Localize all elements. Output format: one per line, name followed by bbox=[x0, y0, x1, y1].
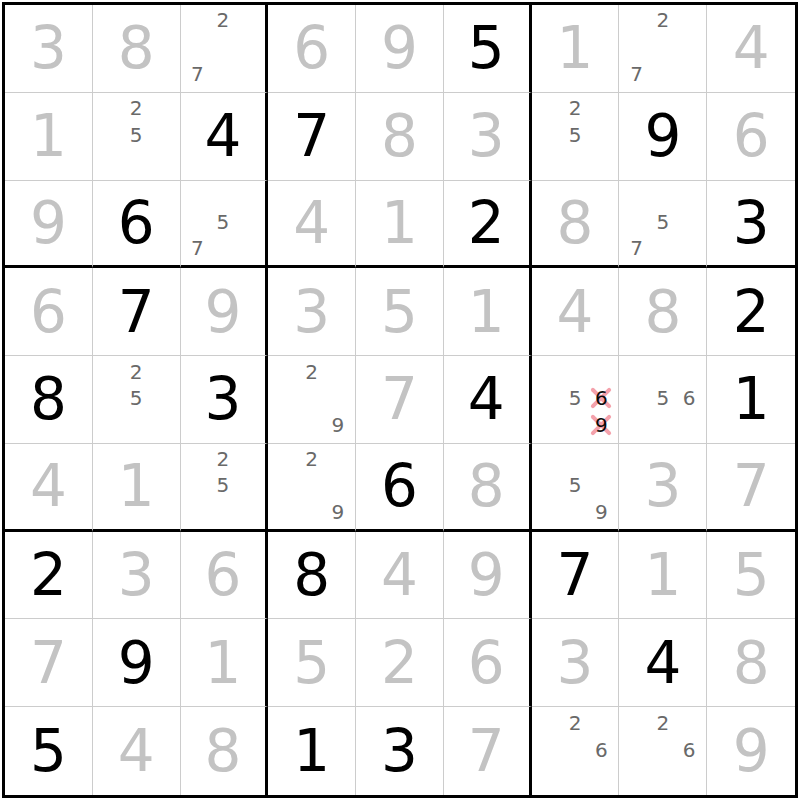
given-digit: 2 bbox=[733, 283, 770, 341]
given-digit: 5 bbox=[468, 19, 505, 77]
cell-r5c4[interactable]: 29 bbox=[268, 356, 356, 444]
cell-r4c3[interactable]: 9 bbox=[181, 268, 269, 356]
sudoku-board: 3827695127412547832596965741285736793514… bbox=[2, 2, 798, 798]
cell-r8c4[interactable]: 5 bbox=[268, 619, 356, 707]
given-digit: 3 bbox=[204, 370, 241, 428]
candidate-digit: 7 bbox=[623, 235, 649, 261]
pencil-mark-grid: 59 bbox=[536, 446, 615, 525]
cell-r4c2[interactable]: 7 bbox=[93, 268, 181, 356]
cell-r4c5[interactable]: 5 bbox=[356, 268, 444, 356]
cell-r9c4[interactable]: 1 bbox=[268, 707, 356, 795]
given-digit: 8 bbox=[293, 546, 330, 604]
candidate-digit: 5 bbox=[650, 209, 676, 235]
cell-r8c6[interactable]: 6 bbox=[444, 619, 532, 707]
cell-r2c5[interactable]: 8 bbox=[356, 93, 444, 181]
candidate-digit: 2 bbox=[123, 358, 149, 385]
solved-digit: 8 bbox=[644, 283, 681, 341]
pencil-mark-grid: 27 bbox=[623, 7, 702, 88]
cell-r9c3[interactable]: 8 bbox=[181, 707, 269, 795]
cell-r3c6[interactable]: 2 bbox=[444, 181, 532, 269]
cell-r1c7[interactable]: 1 bbox=[532, 5, 620, 93]
cell-r5c5[interactable]: 7 bbox=[356, 356, 444, 444]
given-digit: 9 bbox=[118, 634, 155, 692]
cell-r8c5[interactable]: 2 bbox=[356, 619, 444, 707]
solved-digit: 7 bbox=[381, 370, 418, 428]
cell-r3c3[interactable]: 57 bbox=[181, 181, 269, 269]
solved-digit: 9 bbox=[733, 722, 770, 780]
candidate-digit: 2 bbox=[210, 446, 236, 472]
solved-digit: 6 bbox=[204, 546, 241, 604]
solved-digit: 4 bbox=[30, 457, 67, 515]
cell-r1c8[interactable]: 27 bbox=[619, 5, 707, 93]
solved-digit: 3 bbox=[557, 634, 594, 692]
candidate-digit: 2 bbox=[210, 7, 236, 34]
solved-digit: 9 bbox=[30, 194, 67, 252]
solved-digit: 1 bbox=[204, 634, 241, 692]
solved-digit: 1 bbox=[30, 107, 67, 165]
solved-digit: 3 bbox=[30, 19, 67, 77]
pencil-mark-grid: 25 bbox=[536, 95, 615, 176]
solved-digit: 7 bbox=[733, 457, 770, 515]
given-digit: 4 bbox=[468, 370, 505, 428]
given-digit: 4 bbox=[644, 634, 681, 692]
cell-r2c3[interactable]: 4 bbox=[181, 93, 269, 181]
solved-digit: 8 bbox=[733, 634, 770, 692]
solved-digit: 4 bbox=[733, 19, 770, 77]
cell-r7c1[interactable]: 2 bbox=[5, 532, 93, 620]
cell-r3c4[interactable]: 4 bbox=[268, 181, 356, 269]
cell-r7c2[interactable]: 3 bbox=[93, 532, 181, 620]
cell-r1c6[interactable]: 5 bbox=[444, 5, 532, 93]
solved-digit: 1 bbox=[557, 19, 594, 77]
given-digit: 7 bbox=[118, 283, 155, 341]
solved-digit: 5 bbox=[381, 283, 418, 341]
solved-digit: 3 bbox=[293, 283, 330, 341]
candidate-digit: 2 bbox=[299, 446, 325, 472]
cell-r6c1[interactable]: 4 bbox=[5, 444, 93, 532]
candidate-digit: 9 bbox=[588, 498, 614, 524]
cell-r6c8[interactable]: 3 bbox=[619, 444, 707, 532]
given-digit: 7 bbox=[557, 546, 594, 604]
cell-r9c9[interactable]: 9 bbox=[707, 707, 795, 795]
pencil-mark-grid: 25 bbox=[97, 95, 176, 176]
cell-r5c1[interactable]: 8 bbox=[5, 356, 93, 444]
given-digit: 6 bbox=[118, 194, 155, 252]
solved-digit: 2 bbox=[381, 634, 418, 692]
cell-r7c4[interactable]: 8 bbox=[268, 532, 356, 620]
cell-r7c7[interactable]: 7 bbox=[532, 532, 620, 620]
cell-r1c4[interactable]: 6 bbox=[268, 5, 356, 93]
given-digit: 6 bbox=[381, 457, 418, 515]
cell-r6c2[interactable]: 1 bbox=[93, 444, 181, 532]
cell-r3c2[interactable]: 6 bbox=[93, 181, 181, 269]
solved-digit: 9 bbox=[204, 283, 241, 341]
cell-r9c7[interactable]: 26 bbox=[532, 707, 620, 795]
cell-r8c8[interactable]: 4 bbox=[619, 619, 707, 707]
cell-r4c9[interactable]: 2 bbox=[707, 268, 795, 356]
cell-r7c9[interactable]: 5 bbox=[707, 532, 795, 620]
cell-r6c3[interactable]: 25 bbox=[181, 444, 269, 532]
solved-digit: 4 bbox=[293, 194, 330, 252]
cell-r6c4[interactable]: 29 bbox=[268, 444, 356, 532]
pencil-mark-grid: 27 bbox=[185, 7, 262, 88]
solved-digit: 7 bbox=[30, 634, 67, 692]
pencil-mark-grid: 26 bbox=[623, 709, 702, 791]
given-digit: 1 bbox=[293, 722, 330, 780]
solved-digit: 6 bbox=[30, 283, 67, 341]
cell-r3c8[interactable]: 57 bbox=[619, 181, 707, 269]
pencil-mark-grid: 25 bbox=[185, 446, 262, 525]
candidate-eliminated-x-icon: 6 bbox=[588, 385, 614, 412]
candidate-digit: 5 bbox=[650, 385, 676, 412]
candidate-digit: 5 bbox=[562, 472, 588, 498]
cell-r1c2[interactable]: 8 bbox=[93, 5, 181, 93]
given-digit: 9 bbox=[644, 107, 681, 165]
cell-r7c8[interactable]: 1 bbox=[619, 532, 707, 620]
cell-r5c3[interactable]: 3 bbox=[181, 356, 269, 444]
cell-r3c9[interactable]: 3 bbox=[707, 181, 795, 269]
candidate-digit: 7 bbox=[623, 61, 649, 88]
solved-digit: 8 bbox=[557, 194, 594, 252]
cell-r5c9[interactable]: 1 bbox=[707, 356, 795, 444]
solved-digit: 5 bbox=[733, 546, 770, 604]
cell-r9c8[interactable]: 26 bbox=[619, 707, 707, 795]
cell-r8c1[interactable]: 7 bbox=[5, 619, 93, 707]
candidate-digit: 5 bbox=[123, 385, 149, 412]
cell-r2c6[interactable]: 3 bbox=[444, 93, 532, 181]
given-digit: 5 bbox=[30, 722, 67, 780]
cell-r3c1[interactable]: 9 bbox=[5, 181, 93, 269]
cell-r3c5[interactable]: 1 bbox=[356, 181, 444, 269]
cell-r9c1[interactable]: 5 bbox=[5, 707, 93, 795]
candidate-digit: 7 bbox=[185, 235, 211, 261]
candidate-digit: 2 bbox=[299, 358, 325, 385]
cell-r8c9[interactable]: 8 bbox=[707, 619, 795, 707]
cell-r7c6[interactable]: 9 bbox=[444, 532, 532, 620]
solved-digit: 8 bbox=[118, 19, 155, 77]
pencil-mark-grid: 569 bbox=[536, 358, 615, 439]
candidate-digit: 5 bbox=[210, 209, 236, 235]
solved-digit: 1 bbox=[118, 457, 155, 515]
cell-r6c7[interactable]: 59 bbox=[532, 444, 620, 532]
cell-r4c7[interactable]: 4 bbox=[532, 268, 620, 356]
pencil-mark-grid: 25 bbox=[97, 358, 176, 439]
solved-digit: 5 bbox=[293, 634, 330, 692]
cell-r8c3[interactable]: 1 bbox=[181, 619, 269, 707]
solved-digit: 3 bbox=[644, 457, 681, 515]
cell-r4c4[interactable]: 3 bbox=[268, 268, 356, 356]
cell-r5c6[interactable]: 4 bbox=[444, 356, 532, 444]
solved-digit: 4 bbox=[381, 546, 418, 604]
pencil-mark-grid: 29 bbox=[272, 358, 351, 439]
cell-r2c8[interactable]: 9 bbox=[619, 93, 707, 181]
candidate-digit: 2 bbox=[562, 95, 588, 122]
solved-digit: 1 bbox=[644, 546, 681, 604]
solved-digit: 6 bbox=[733, 107, 770, 165]
cell-r1c3[interactable]: 27 bbox=[181, 5, 269, 93]
cell-r5c7[interactable]: 569 bbox=[532, 356, 620, 444]
pencil-mark-grid: 57 bbox=[623, 183, 702, 262]
cell-r9c2[interactable]: 4 bbox=[93, 707, 181, 795]
cell-r2c1[interactable]: 1 bbox=[5, 93, 93, 181]
solved-digit: 9 bbox=[381, 19, 418, 77]
pencil-mark-grid: 26 bbox=[536, 709, 615, 791]
cell-r9c6[interactable]: 7 bbox=[444, 707, 532, 795]
pencil-mark-grid: 29 bbox=[272, 446, 351, 525]
given-digit: 2 bbox=[468, 194, 505, 252]
candidate-digit: 6 bbox=[676, 736, 702, 763]
cell-r4c1[interactable]: 6 bbox=[5, 268, 93, 356]
cell-r2c9[interactable]: 6 bbox=[707, 93, 795, 181]
cell-r1c5[interactable]: 9 bbox=[356, 5, 444, 93]
candidate-digit: 2 bbox=[562, 709, 588, 736]
candidate-digit: 9 bbox=[325, 498, 351, 524]
solved-digit: 8 bbox=[204, 722, 241, 780]
cell-r2c7[interactable]: 25 bbox=[532, 93, 620, 181]
candidate-digit: 5 bbox=[562, 122, 588, 149]
solved-digit: 1 bbox=[468, 283, 505, 341]
solved-digit: 4 bbox=[557, 283, 594, 341]
candidate-digit: 5 bbox=[210, 472, 236, 498]
cell-r2c4[interactable]: 7 bbox=[268, 93, 356, 181]
cell-r4c6[interactable]: 1 bbox=[444, 268, 532, 356]
solved-digit: 3 bbox=[118, 546, 155, 604]
solved-digit: 7 bbox=[468, 722, 505, 780]
solved-digit: 1 bbox=[381, 194, 418, 252]
cell-r4c8[interactable]: 8 bbox=[619, 268, 707, 356]
solved-digit: 8 bbox=[381, 107, 418, 165]
cell-r2c2[interactable]: 25 bbox=[93, 93, 181, 181]
pencil-mark-grid: 56 bbox=[623, 358, 702, 439]
candidate-eliminated-x-icon: 9 bbox=[588, 412, 614, 439]
solved-digit: 6 bbox=[293, 19, 330, 77]
given-digit: 2 bbox=[30, 546, 67, 604]
solved-digit: 9 bbox=[468, 546, 505, 604]
cell-r3c7[interactable]: 8 bbox=[532, 181, 620, 269]
cell-r8c7[interactable]: 3 bbox=[532, 619, 620, 707]
solved-digit: 4 bbox=[118, 722, 155, 780]
candidate-digit: 7 bbox=[185, 61, 211, 88]
given-digit: 3 bbox=[381, 722, 418, 780]
given-digit: 3 bbox=[733, 194, 770, 252]
candidate-digit: 5 bbox=[562, 385, 588, 412]
given-digit: 4 bbox=[204, 107, 241, 165]
cell-r7c3[interactable]: 6 bbox=[181, 532, 269, 620]
candidate-digit: 6 bbox=[676, 385, 702, 412]
cell-r8c2[interactable]: 9 bbox=[93, 619, 181, 707]
cell-r6c9[interactable]: 7 bbox=[707, 444, 795, 532]
candidate-digit: 9 bbox=[325, 412, 351, 439]
cell-r5c2[interactable]: 25 bbox=[93, 356, 181, 444]
given-digit: 8 bbox=[30, 370, 67, 428]
cell-r6c6[interactable]: 8 bbox=[444, 444, 532, 532]
candidate-digit: 2 bbox=[123, 95, 149, 122]
solved-digit: 6 bbox=[468, 634, 505, 692]
cell-r5c8[interactable]: 56 bbox=[619, 356, 707, 444]
cell-r1c1[interactable]: 3 bbox=[5, 5, 93, 93]
candidate-digit: 5 bbox=[123, 122, 149, 149]
solved-digit: 8 bbox=[468, 457, 505, 515]
cell-r1c9[interactable]: 4 bbox=[707, 5, 795, 93]
given-digit: 7 bbox=[293, 107, 330, 165]
cell-r6c5[interactable]: 6 bbox=[356, 444, 444, 532]
cell-r7c5[interactable]: 4 bbox=[356, 532, 444, 620]
solved-digit: 3 bbox=[468, 107, 505, 165]
cell-r9c5[interactable]: 3 bbox=[356, 707, 444, 795]
given-digit: 1 bbox=[733, 370, 770, 428]
candidate-digit: 2 bbox=[650, 7, 676, 34]
candidate-digit: 2 bbox=[650, 709, 676, 736]
candidate-digit: 6 bbox=[588, 736, 614, 763]
pencil-mark-grid: 57 bbox=[185, 183, 262, 262]
